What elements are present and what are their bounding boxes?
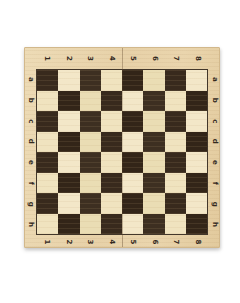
square-b2 <box>58 91 79 112</box>
square-h6 <box>143 214 164 235</box>
square-c7 <box>165 111 186 132</box>
photo-canvas: 12345678 12345678 abcdefgh abcdefgh <box>0 0 240 303</box>
square-g1 <box>37 193 58 214</box>
square-e2 <box>58 152 79 173</box>
square-c6 <box>143 111 164 132</box>
square-d3 <box>80 132 101 153</box>
square-c2 <box>58 111 79 132</box>
square-a8 <box>186 70 207 91</box>
square-g8 <box>186 193 207 214</box>
square-e4 <box>101 152 122 173</box>
square-f7 <box>165 173 186 194</box>
square-c8 <box>186 111 207 132</box>
square-g2 <box>58 193 79 214</box>
square-g7 <box>165 193 186 214</box>
label-top-1: 1 <box>36 48 57 70</box>
square-b8 <box>186 91 207 112</box>
square-b5 <box>122 91 143 112</box>
square-b1 <box>37 91 58 112</box>
square-a3 <box>80 70 101 91</box>
label-top-6: 6 <box>144 48 165 70</box>
right-file-labels: abcdefgh <box>208 69 221 235</box>
square-e1 <box>37 152 58 173</box>
square-e7 <box>165 152 186 173</box>
square-d6 <box>143 132 164 153</box>
label-top-4: 4 <box>101 48 122 70</box>
square-b7 <box>165 91 186 112</box>
label-top-7: 7 <box>165 48 186 70</box>
square-f2 <box>58 173 79 194</box>
square-h8 <box>186 214 207 235</box>
square-f6 <box>143 173 164 194</box>
square-d7 <box>165 132 186 153</box>
square-f1 <box>37 173 58 194</box>
square-f4 <box>101 173 122 194</box>
label-top-2: 2 <box>58 48 79 70</box>
square-d2 <box>58 132 79 153</box>
label-top-3: 3 <box>79 48 100 70</box>
square-f5 <box>122 173 143 194</box>
square-c5 <box>122 111 143 132</box>
square-h4 <box>101 214 122 235</box>
board-fold-seam <box>122 48 123 247</box>
square-f8 <box>186 173 207 194</box>
square-a4 <box>101 70 122 91</box>
square-e6 <box>143 152 164 173</box>
square-c1 <box>37 111 58 132</box>
square-e8 <box>186 152 207 173</box>
square-d5 <box>122 132 143 153</box>
square-c3 <box>80 111 101 132</box>
label-top-8: 8 <box>187 48 208 70</box>
square-a5 <box>122 70 143 91</box>
square-a6 <box>143 70 164 91</box>
square-h5 <box>122 214 143 235</box>
square-h1 <box>37 214 58 235</box>
square-g6 <box>143 193 164 214</box>
square-b4 <box>101 91 122 112</box>
square-g4 <box>101 193 122 214</box>
square-g3 <box>80 193 101 214</box>
square-g5 <box>122 193 143 214</box>
square-b3 <box>80 91 101 112</box>
square-h7 <box>165 214 186 235</box>
left-file-labels: abcdefgh <box>25 69 36 235</box>
chessboard: 12345678 12345678 abcdefgh abcdefgh <box>24 47 220 248</box>
square-e5 <box>122 152 143 173</box>
square-b6 <box>143 91 164 112</box>
square-c4 <box>101 111 122 132</box>
square-d8 <box>186 132 207 153</box>
square-f3 <box>80 173 101 194</box>
square-a1 <box>37 70 58 91</box>
label-top-5: 5 <box>122 48 143 70</box>
square-e3 <box>80 152 101 173</box>
square-d1 <box>37 132 58 153</box>
square-h2 <box>58 214 79 235</box>
square-a7 <box>165 70 186 91</box>
square-d4 <box>101 132 122 153</box>
square-a2 <box>58 70 79 91</box>
square-h3 <box>80 214 101 235</box>
